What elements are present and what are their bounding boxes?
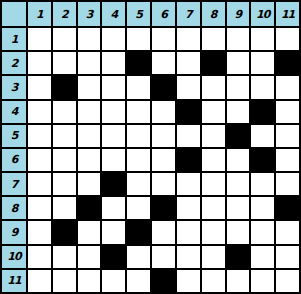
grid-cell-r7c10[interactable] [251, 173, 274, 195]
grid-cell-r8c2[interactable] [53, 197, 76, 219]
col-header-8: 8 [202, 2, 225, 26]
grid-cell-r1c10[interactable] [251, 28, 274, 50]
grid-cell-r4c1[interactable] [28, 101, 51, 123]
black-cell-r10c4 [102, 246, 125, 268]
grid-cell-r3c10[interactable] [251, 76, 274, 98]
black-cell-r5c9 [227, 125, 250, 147]
grid-cell-r7c2[interactable] [53, 173, 76, 195]
grid-cell-r4c2[interactable] [53, 101, 76, 123]
row-header-10: 10 [2, 246, 26, 268]
grid-cell-r3c8[interactable] [202, 76, 225, 98]
grid-cell-r3c7[interactable] [177, 76, 200, 98]
grid-cell-r10c2[interactable] [53, 246, 76, 268]
grid-cell-r5c4[interactable] [102, 125, 125, 147]
grid-cell-r8c9[interactable] [227, 197, 250, 219]
row-header-6: 6 [2, 149, 26, 171]
grid-cell-r8c8[interactable] [202, 197, 225, 219]
grid-cell-r6c1[interactable] [28, 149, 51, 171]
grid-cell-r10c7[interactable] [177, 246, 200, 268]
grid-cell-r9c10[interactable] [251, 221, 274, 243]
black-cell-r11c6 [152, 270, 175, 292]
grid-cell-r1c5[interactable] [127, 28, 150, 50]
grid-cell-r6c5[interactable] [127, 149, 150, 171]
grid-cell-r3c3[interactable] [78, 76, 101, 98]
crossword-board: 12345678910111234567891011 [0, 0, 301, 294]
grid-cell-r11c5[interactable] [127, 270, 150, 292]
grid-cell-r6c6[interactable] [152, 149, 175, 171]
grid-cell-r6c2[interactable] [53, 149, 76, 171]
row-header-3: 3 [2, 76, 26, 98]
grid-cell-r2c6[interactable] [152, 52, 175, 74]
grid-cell-r6c9[interactable] [227, 149, 250, 171]
corner-cell [2, 2, 26, 26]
grid-cell-r8c10[interactable] [251, 197, 274, 219]
black-cell-r10c9 [227, 246, 250, 268]
col-header-9: 9 [227, 2, 250, 26]
grid-cell-r2c2[interactable] [53, 52, 76, 74]
grid-cell-r1c6[interactable] [152, 28, 175, 50]
grid-cell-r9c8[interactable] [202, 221, 225, 243]
black-cell-r3c6 [152, 76, 175, 98]
grid-cell-r10c11[interactable] [276, 246, 299, 268]
grid-cell-r11c11[interactable] [276, 270, 299, 292]
grid-cell-r11c3[interactable] [78, 270, 101, 292]
row-header-11: 11 [2, 270, 26, 292]
grid-cell-r4c11[interactable] [276, 101, 299, 123]
grid-cell-r7c5[interactable] [127, 173, 150, 195]
grid-cell-r7c3[interactable] [78, 173, 101, 195]
grid-cell-r6c4[interactable] [102, 149, 125, 171]
col-header-10: 10 [251, 2, 274, 26]
grid-cell-r8c4[interactable] [102, 197, 125, 219]
grid-cell-r10c6[interactable] [152, 246, 175, 268]
grid-cell-r11c10[interactable] [251, 270, 274, 292]
col-header-11: 11 [276, 2, 299, 26]
grid-cell-r10c3[interactable] [78, 246, 101, 268]
grid-cell-r3c11[interactable] [276, 76, 299, 98]
grid-cell-r4c5[interactable] [127, 101, 150, 123]
grid-cell-r4c6[interactable] [152, 101, 175, 123]
col-header-4: 4 [102, 2, 125, 26]
grid-cell-r11c2[interactable] [53, 270, 76, 292]
grid-cell-r1c2[interactable] [53, 28, 76, 50]
grid-cell-r9c1[interactable] [28, 221, 51, 243]
col-header-6: 6 [152, 2, 175, 26]
grid-cell-r2c10[interactable] [251, 52, 274, 74]
grid-cell-r7c6[interactable] [152, 173, 175, 195]
grid-cell-r3c5[interactable] [127, 76, 150, 98]
grid-cell-r11c7[interactable] [177, 270, 200, 292]
grid-cell-r5c1[interactable] [28, 125, 51, 147]
black-cell-r6c10 [251, 149, 274, 171]
black-cell-r2c5 [127, 52, 150, 74]
grid-cell-r11c1[interactable] [28, 270, 51, 292]
grid-cell-r1c8[interactable] [202, 28, 225, 50]
grid-cell-r6c11[interactable] [276, 149, 299, 171]
grid-cell-r1c4[interactable] [102, 28, 125, 50]
col-header-7: 7 [177, 2, 200, 26]
col-header-1: 1 [28, 2, 51, 26]
grid-cell-r4c3[interactable] [78, 101, 101, 123]
grid-cell-r1c9[interactable] [227, 28, 250, 50]
grid-cell-r9c11[interactable] [276, 221, 299, 243]
grid-cell-r2c9[interactable] [227, 52, 250, 74]
grid-cell-r3c4[interactable] [102, 76, 125, 98]
grid-cell-r8c1[interactable] [28, 197, 51, 219]
black-cell-r3c2 [53, 76, 76, 98]
row-header-1: 1 [2, 28, 26, 50]
row-header-4: 4 [2, 101, 26, 123]
black-cell-r7c4 [102, 173, 125, 195]
grid-cell-r1c7[interactable] [177, 28, 200, 50]
row-header-5: 5 [2, 125, 26, 147]
grid-cell-r2c4[interactable] [102, 52, 125, 74]
grid-cell-r1c1[interactable] [28, 28, 51, 50]
grid-cell-r6c3[interactable] [78, 149, 101, 171]
black-cell-r2c11 [276, 52, 299, 74]
grid-cell-r7c8[interactable] [202, 173, 225, 195]
black-cell-r8c11 [276, 197, 299, 219]
col-header-2: 2 [53, 2, 76, 26]
grid-cell-r5c2[interactable] [53, 125, 76, 147]
grid-cell-r7c11[interactable] [276, 173, 299, 195]
grid-cell-r11c4[interactable] [102, 270, 125, 292]
grid-cell-r9c4[interactable] [102, 221, 125, 243]
black-cell-r9c5 [127, 221, 150, 243]
grid-cell-r9c9[interactable] [227, 221, 250, 243]
grid-cell-r7c7[interactable] [177, 173, 200, 195]
grid-cell-r10c8[interactable] [202, 246, 225, 268]
grid-cell-r8c7[interactable] [177, 197, 200, 219]
grid-cell-r9c6[interactable] [152, 221, 175, 243]
grid-cell-r5c6[interactable] [152, 125, 175, 147]
grid-cell-r5c3[interactable] [78, 125, 101, 147]
grid-cell-r3c9[interactable] [227, 76, 250, 98]
row-header-7: 7 [2, 173, 26, 195]
grid-cell-r9c7[interactable] [177, 221, 200, 243]
row-header-2: 2 [2, 52, 26, 74]
grid-cell-r5c5[interactable] [127, 125, 150, 147]
black-cell-r9c2 [53, 221, 76, 243]
grid-cell-r5c10[interactable] [251, 125, 274, 147]
col-header-5: 5 [127, 2, 150, 26]
black-cell-r4c7 [177, 101, 200, 123]
col-header-3: 3 [78, 2, 101, 26]
grid-cell-r11c8[interactable] [202, 270, 225, 292]
grid-cell-r7c1[interactable] [28, 173, 51, 195]
grid-cell-r9c3[interactable] [78, 221, 101, 243]
grid-cell-r5c8[interactable] [202, 125, 225, 147]
black-cell-r6c7 [177, 149, 200, 171]
black-cell-r4c10 [251, 101, 274, 123]
grid-cell-r5c11[interactable] [276, 125, 299, 147]
grid-cell-r10c1[interactable] [28, 246, 51, 268]
grid-cell-r2c3[interactable] [78, 52, 101, 74]
grid-cell-r1c11[interactable] [276, 28, 299, 50]
grid-cell-r1c3[interactable] [78, 28, 101, 50]
black-cell-r8c3 [78, 197, 101, 219]
grid-cell-r7c9[interactable] [227, 173, 250, 195]
grid-cell-r4c9[interactable] [227, 101, 250, 123]
grid-cell-r4c8[interactable] [202, 101, 225, 123]
row-header-8: 8 [2, 197, 26, 219]
grid-cell-r3c1[interactable] [28, 76, 51, 98]
black-cell-r2c8 [202, 52, 225, 74]
grid-cell-r6c8[interactable] [202, 149, 225, 171]
grid-cell-r10c5[interactable] [127, 246, 150, 268]
grid-cell-r8c5[interactable] [127, 197, 150, 219]
grid-cell-r5c7[interactable] [177, 125, 200, 147]
grid-cell-r10c10[interactable] [251, 246, 274, 268]
black-cell-r8c6 [152, 197, 175, 219]
grid-cell-r2c7[interactable] [177, 52, 200, 74]
grid-cell-r2c1[interactable] [28, 52, 51, 74]
grid-cell-r11c9[interactable] [227, 270, 250, 292]
grid-cell-r4c4[interactable] [102, 101, 125, 123]
row-header-9: 9 [2, 221, 26, 243]
